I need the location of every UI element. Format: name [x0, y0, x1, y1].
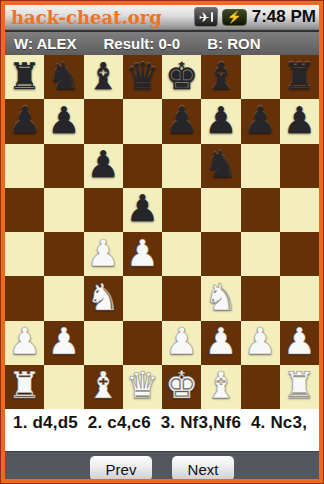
battery-bolt-glyph: ⚡	[227, 11, 242, 23]
white-knight: ♞	[87, 279, 120, 316]
watermark-site-label: hack-cheat.org	[11, 7, 194, 28]
white-pawn: ♟	[204, 323, 237, 360]
square-h7[interactable]: ♟	[280, 99, 319, 143]
square-e1[interactable]: ♚	[162, 365, 201, 409]
black-bishop: ♝	[87, 58, 120, 95]
square-d3[interactable]	[123, 276, 162, 320]
app-window: hack-cheat.org ✈ ⚡ 7:48 PM W: ALEX Resul…	[5, 5, 319, 479]
square-f3[interactable]: ♞	[201, 276, 240, 320]
square-b2[interactable]: ♟	[44, 321, 83, 365]
square-e8[interactable]: ♚	[162, 55, 201, 99]
square-g6[interactable]	[241, 144, 280, 188]
airplane-glyph: ✈	[199, 11, 210, 24]
square-c7[interactable]	[84, 99, 123, 143]
square-a5[interactable]	[5, 188, 44, 232]
square-c6[interactable]: ♟	[84, 144, 123, 188]
square-h2[interactable]: ♟	[280, 321, 319, 365]
square-b3[interactable]	[44, 276, 83, 320]
white-pawn: ♟	[8, 323, 41, 360]
white-rook: ♜	[8, 367, 41, 404]
square-f4[interactable]	[201, 232, 240, 276]
square-e5[interactable]	[162, 188, 201, 232]
square-f6[interactable]: ♞	[201, 144, 240, 188]
square-f8[interactable]: ♝	[201, 55, 240, 99]
black-king: ♚	[165, 58, 198, 95]
white-pawn: ♟	[47, 323, 80, 360]
white-pawn: ♟	[283, 323, 316, 360]
square-b5[interactable]	[44, 188, 83, 232]
black-knight: ♞	[204, 146, 237, 183]
square-h4[interactable]	[280, 232, 319, 276]
white-queen: ♛	[126, 367, 159, 404]
white-pawn: ♟	[126, 235, 159, 272]
black-pawn: ♟	[87, 146, 120, 183]
black-knight: ♞	[47, 58, 80, 95]
square-c5[interactable]	[84, 188, 123, 232]
square-g2[interactable]: ♟	[241, 321, 280, 365]
square-b4[interactable]	[44, 232, 83, 276]
square-a4[interactable]	[5, 232, 44, 276]
square-f5[interactable]	[201, 188, 240, 232]
game-header: W: ALEX Result: 0-0 B: RON	[5, 30, 319, 55]
phone-screen: hack-cheat.org ✈ ⚡ 7:48 PM W: ALEX Resul…	[0, 0, 324, 484]
square-a7[interactable]: ♟	[5, 99, 44, 143]
white-bishop: ♝	[204, 367, 237, 404]
square-g5[interactable]	[241, 188, 280, 232]
square-e3[interactable]	[162, 276, 201, 320]
white-player-label: W: ALEX	[14, 35, 77, 52]
square-a3[interactable]	[5, 276, 44, 320]
square-a2[interactable]: ♟	[5, 321, 44, 365]
square-c3[interactable]: ♞	[84, 276, 123, 320]
square-h8[interactable]: ♜	[280, 55, 319, 99]
bottom-bar: Prev Next	[5, 451, 319, 479]
status-clock: 7:48 PM	[252, 7, 316, 27]
black-pawn: ♟	[283, 102, 316, 139]
white-knight: ♞	[204, 279, 237, 316]
white-bishop: ♝	[87, 367, 120, 404]
white-pawn: ♟	[87, 235, 120, 272]
square-c2[interactable]	[84, 321, 123, 365]
black-bishop: ♝	[204, 58, 237, 95]
square-f7[interactable]: ♟	[201, 99, 240, 143]
black-pawn: ♟	[244, 102, 277, 139]
black-rook: ♜	[8, 58, 41, 95]
black-pawn: ♟	[47, 102, 80, 139]
square-b1[interactable]	[44, 365, 83, 409]
square-d5[interactable]: ♟	[123, 188, 162, 232]
move-list-area: 1. d4,d5 2. c4,c6 3. Nf3,Nf6 4. Nc3,	[5, 409, 319, 451]
square-c4[interactable]: ♟	[84, 232, 123, 276]
next-button[interactable]: Next	[171, 455, 235, 479]
square-d8[interactable]: ♛	[123, 55, 162, 99]
square-h3[interactable]	[280, 276, 319, 320]
square-g4[interactable]	[241, 232, 280, 276]
black-queen: ♛	[126, 58, 159, 95]
square-e6[interactable]	[162, 144, 201, 188]
black-player-label: B: RON	[207, 35, 260, 52]
black-pawn: ♟	[165, 102, 198, 139]
square-c1[interactable]: ♝	[84, 365, 123, 409]
square-d6[interactable]	[123, 144, 162, 188]
result-label: Result: 0-0	[104, 35, 181, 52]
square-f1[interactable]: ♝	[201, 365, 240, 409]
square-e7[interactable]: ♟	[162, 99, 201, 143]
black-pawn: ♟	[204, 102, 237, 139]
square-g7[interactable]: ♟	[241, 99, 280, 143]
square-h1[interactable]: ♜	[280, 365, 319, 409]
white-rook: ♜	[283, 367, 316, 404]
square-d2[interactable]	[123, 321, 162, 365]
white-pawn: ♟	[165, 323, 198, 360]
square-b7[interactable]: ♟	[44, 99, 83, 143]
status-bar: hack-cheat.org ✈ ⚡ 7:48 PM	[5, 5, 319, 30]
square-b6[interactable]	[44, 144, 83, 188]
square-g1[interactable]	[241, 365, 280, 409]
square-b8[interactable]: ♞	[44, 55, 83, 99]
black-rook: ♜	[283, 58, 316, 95]
square-a8[interactable]: ♜	[5, 55, 44, 99]
prev-button[interactable]: Prev	[89, 455, 153, 479]
status-icons: ✈ ⚡	[194, 7, 247, 27]
white-pawn: ♟	[244, 323, 277, 360]
white-king: ♚	[165, 367, 198, 404]
square-d7[interactable]	[123, 99, 162, 143]
airplane-mode-icon: ✈	[194, 7, 218, 27]
square-c8[interactable]: ♝	[84, 55, 123, 99]
square-d1[interactable]: ♛	[123, 365, 162, 409]
chess-board: ♜♞♝♛♚♝♜♟♟♟♟♟♟♟♞♟♟♟♞♞♟♟♟♟♟♟♜♝♛♚♝♜	[5, 55, 319, 409]
black-pawn: ♟	[126, 190, 159, 227]
square-e4[interactable]	[162, 232, 201, 276]
square-a1[interactable]: ♜	[5, 365, 44, 409]
signal-bar-icon	[211, 12, 213, 22]
square-g8[interactable]	[241, 55, 280, 99]
black-pawn: ♟	[8, 102, 41, 139]
square-h6[interactable]	[280, 144, 319, 188]
square-g3[interactable]	[241, 276, 280, 320]
battery-charging-icon: ⚡	[222, 9, 247, 26]
square-e2[interactable]: ♟	[162, 321, 201, 365]
square-d4[interactable]: ♟	[123, 232, 162, 276]
move-list-text: 1. d4,d5 2. c4,c6 3. Nf3,Nf6 4. Nc3,	[13, 413, 307, 432]
square-a6[interactable]	[5, 144, 44, 188]
square-f2[interactable]: ♟	[201, 321, 240, 365]
square-h5[interactable]	[280, 188, 319, 232]
